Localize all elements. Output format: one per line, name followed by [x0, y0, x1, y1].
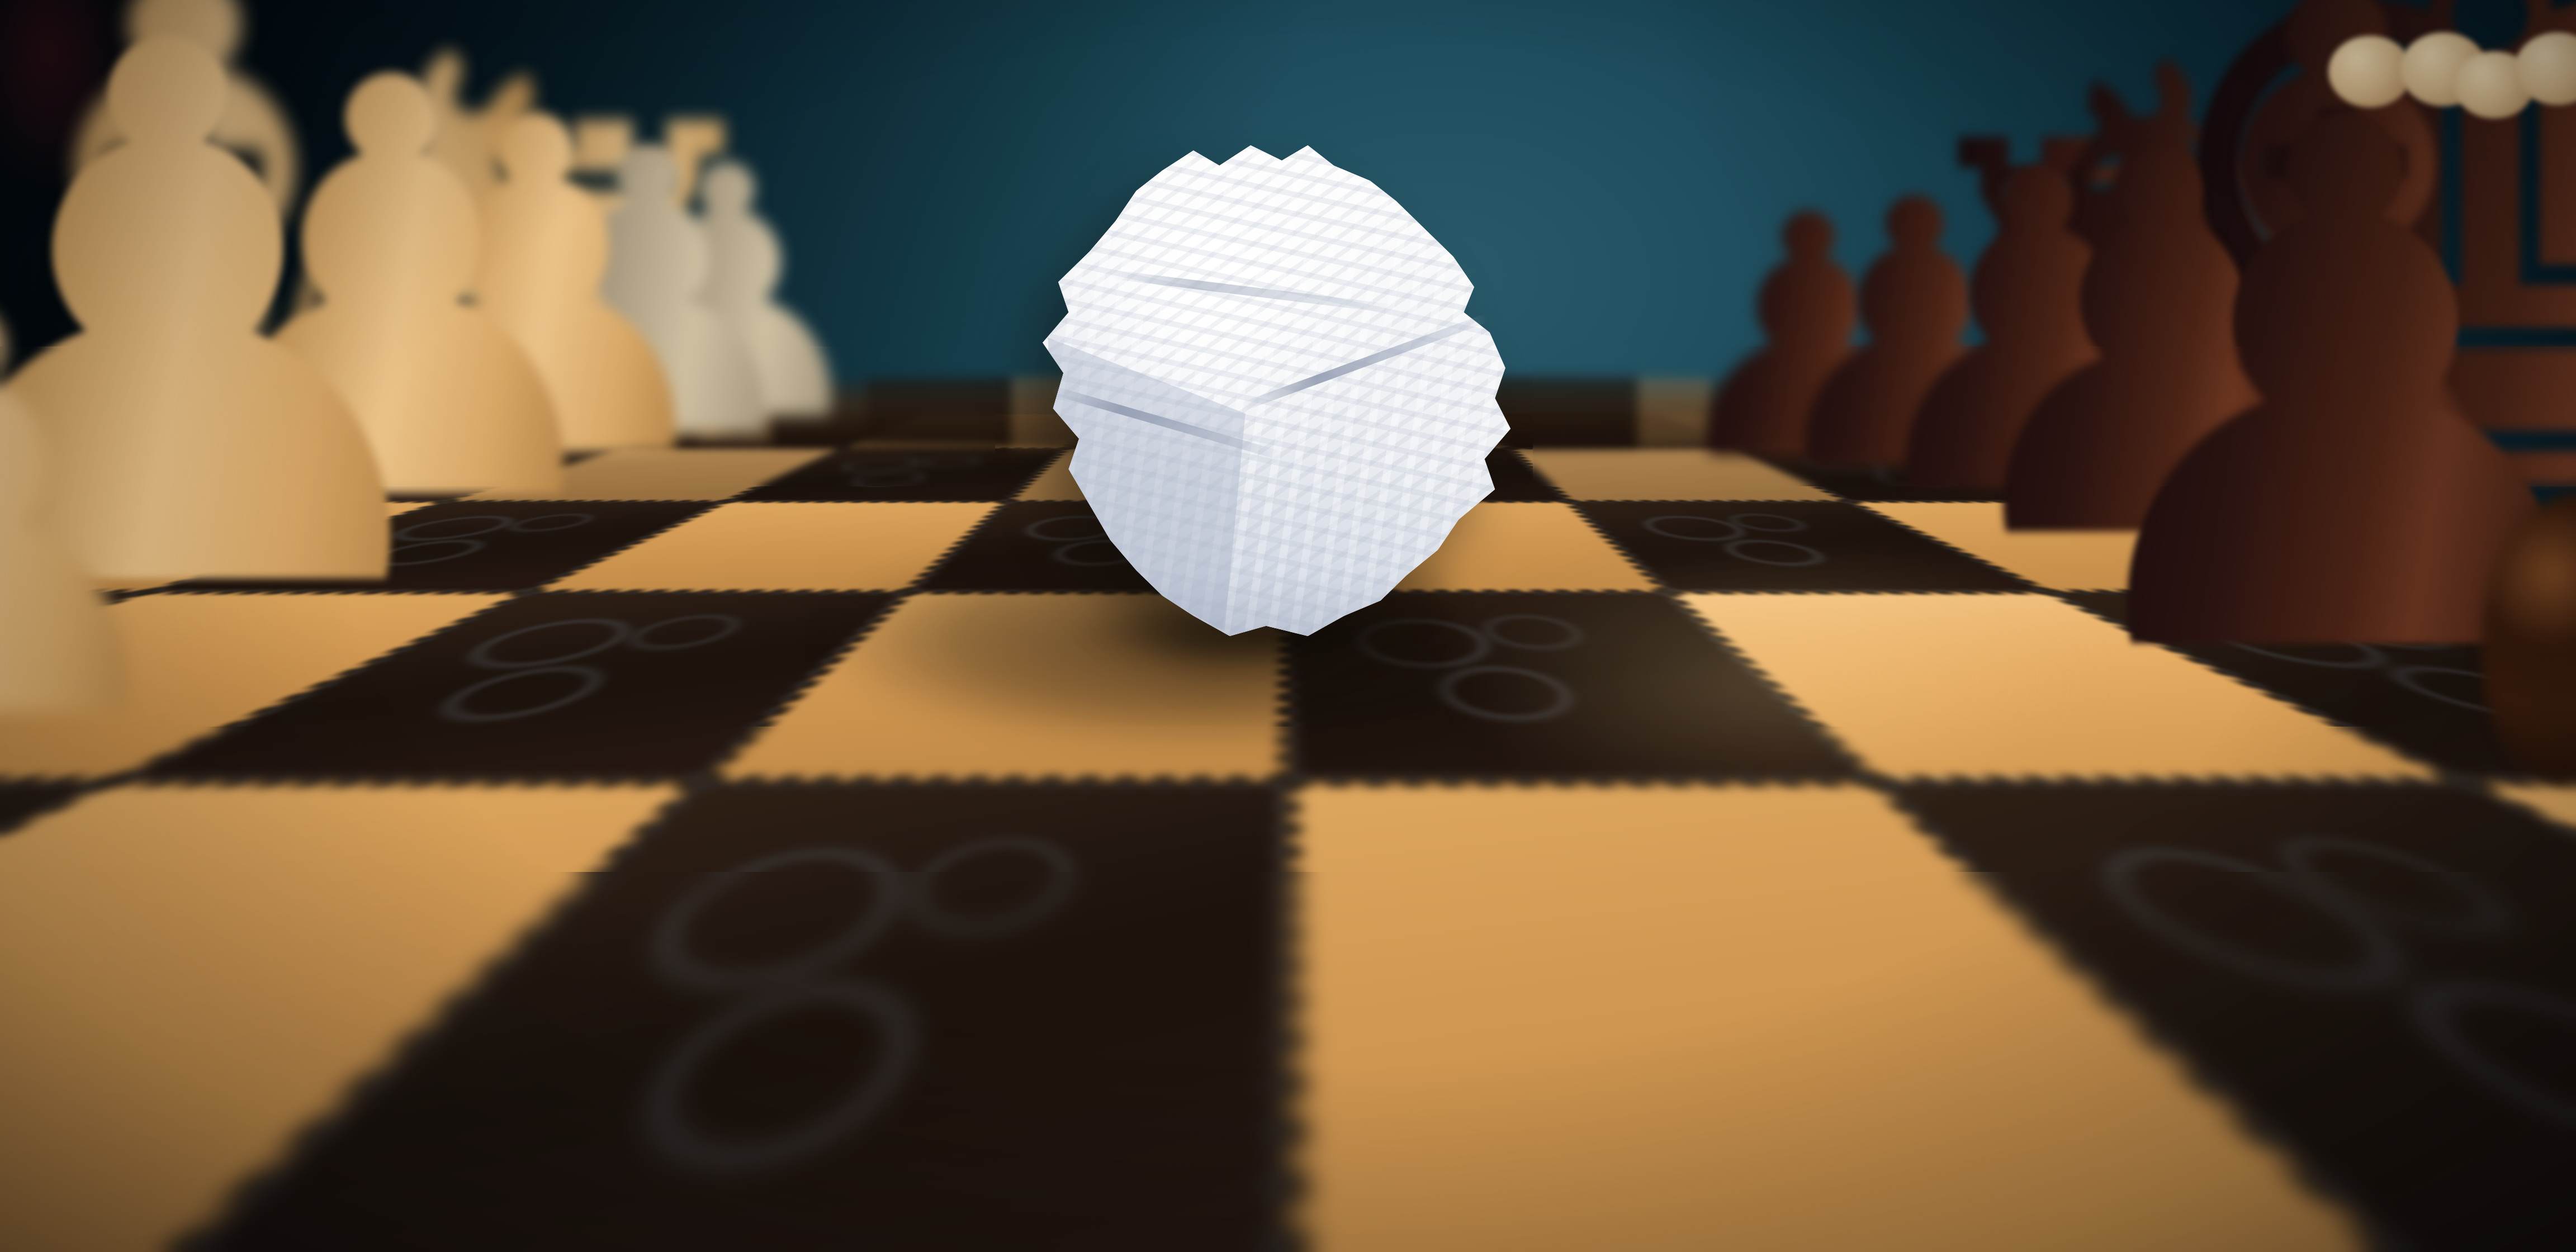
fractal-polyhedron[interactable] — [1006, 135, 1526, 641]
fractal-body — [1006, 135, 1526, 641]
white-pawn[interactable]: ♟ — [0, 252, 211, 782]
chess-scene: ♜ ♞ ♝ ♟ ♟ ♟ ♟ ♟ ♟ ♜ ♞ ♚ ♝ ♟ ♟ ♟ ♟ ♟ — [0, 0, 2576, 1252]
photo-stage: ♜ ♞ ♝ ♟ ♟ ♟ ♟ ♟ ♟ ♜ ♞ ♚ ♝ ♟ ♟ ♟ ♟ ♟ — [0, 0, 2576, 1252]
